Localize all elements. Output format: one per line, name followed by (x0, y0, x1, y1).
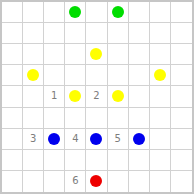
grid-cell-r3c0[interactable] (2, 65, 23, 86)
grid-cell-r6c1[interactable]: 3 (23, 129, 44, 150)
grid-cell-r0c4[interactable] (86, 2, 107, 23)
grid-cell-r2c6[interactable] (129, 44, 150, 65)
grid-cell-r8c5[interactable] (108, 171, 129, 192)
grid-cell-r1c4[interactable] (86, 23, 107, 44)
grid-cell-r0c2[interactable] (44, 2, 65, 23)
grid-cell-r4c5[interactable] (108, 86, 129, 107)
grid-cell-r8c1[interactable] (23, 171, 44, 192)
grid-cell-r5c5[interactable] (108, 108, 129, 129)
grid-cell-r1c0[interactable] (2, 23, 23, 44)
grid-cell-r0c8[interactable] (171, 2, 192, 23)
grid-cell-r2c7[interactable] (150, 44, 171, 65)
grid-cell-r6c5[interactable]: 5 (108, 129, 129, 150)
grid-cell-r2c5[interactable] (108, 44, 129, 65)
number-label-5: 5 (114, 134, 120, 144)
grid-cell-r1c8[interactable] (171, 23, 192, 44)
grid-cell-r6c3[interactable]: 4 (65, 129, 86, 150)
grid-cell-r3c3[interactable] (65, 65, 86, 86)
yellow-ball (90, 48, 102, 60)
grid-cell-r5c7[interactable] (150, 108, 171, 129)
grid-cell-r5c4[interactable] (86, 108, 107, 129)
grid-cell-r5c0[interactable] (2, 108, 23, 129)
grid-cell-r7c5[interactable] (108, 150, 129, 171)
grid-cell-r5c3[interactable] (65, 108, 86, 129)
grid-cell-r7c1[interactable] (23, 150, 44, 171)
grid-cell-r7c2[interactable] (44, 150, 65, 171)
grid-cell-r8c0[interactable] (2, 171, 23, 192)
grid-cell-r7c6[interactable] (129, 150, 150, 171)
grid-cell-r7c7[interactable] (150, 150, 171, 171)
grid-cell-r6c4[interactable] (86, 129, 107, 150)
grid-cell-r5c1[interactable] (23, 108, 44, 129)
grid-cell-r6c2[interactable] (44, 129, 65, 150)
grid-cell-r4c4[interactable]: 2 (86, 86, 107, 107)
grid-cell-r0c0[interactable] (2, 2, 23, 23)
grid-cell-r5c6[interactable] (129, 108, 150, 129)
grid-cell-r7c0[interactable] (2, 150, 23, 171)
yellow-ball (27, 69, 39, 81)
yellow-ball (69, 90, 81, 102)
grid-cell-r2c2[interactable] (44, 44, 65, 65)
grid-cell-r2c8[interactable] (171, 44, 192, 65)
grid-cell-r0c7[interactable] (150, 2, 171, 23)
grid-cell-r4c6[interactable] (129, 86, 150, 107)
number-label-3: 3 (30, 134, 36, 144)
blue-ball (133, 133, 145, 145)
grid-cell-r8c2[interactable] (44, 171, 65, 192)
grid-cell-r4c7[interactable] (150, 86, 171, 107)
grid-cell-r2c3[interactable] (65, 44, 86, 65)
grid-cell-r1c6[interactable] (129, 23, 150, 44)
grid-cell-r5c2[interactable] (44, 108, 65, 129)
grid-cell-r4c3[interactable] (65, 86, 86, 107)
number-label-2: 2 (93, 91, 99, 101)
grid-cell-r1c2[interactable] (44, 23, 65, 44)
yellow-ball (112, 90, 124, 102)
number-label-4: 4 (72, 134, 78, 144)
grid-cell-r6c6[interactable] (129, 129, 150, 150)
grid-cell-r3c7[interactable] (150, 65, 171, 86)
grid-cell-r2c1[interactable] (23, 44, 44, 65)
number-label-6: 6 (72, 176, 78, 186)
grid-cell-r8c8[interactable] (171, 171, 192, 192)
grid-cell-r2c0[interactable] (2, 44, 23, 65)
grid-cell-r1c1[interactable] (23, 23, 44, 44)
blue-ball (90, 133, 102, 145)
grid-cell-r7c4[interactable] (86, 150, 107, 171)
grid-cell-r4c0[interactable] (2, 86, 23, 107)
grid-cell-r8c6[interactable] (129, 171, 150, 192)
grid-cell-r1c5[interactable] (108, 23, 129, 44)
grid-cell-r4c1[interactable] (23, 86, 44, 107)
grid-cell-r0c3[interactable] (65, 2, 86, 23)
grid-cell-r6c0[interactable] (2, 129, 23, 150)
grid-cell-r1c3[interactable] (65, 23, 86, 44)
grid-cell-r7c8[interactable] (171, 150, 192, 171)
grid-cell-r4c8[interactable] (171, 86, 192, 107)
grid-cell-r3c2[interactable] (44, 65, 65, 86)
grid-cell-r2c4[interactable] (86, 44, 107, 65)
grid-cell-r3c4[interactable] (86, 65, 107, 86)
grid-cell-r7c3[interactable] (65, 150, 86, 171)
grid-cell-r8c7[interactable] (150, 171, 171, 192)
grid-cell-r4c2[interactable]: 1 (44, 86, 65, 107)
yellow-ball (154, 69, 166, 81)
grid-cell-r8c3[interactable]: 6 (65, 171, 86, 192)
red-ball (90, 175, 102, 187)
grid-cell-r0c5[interactable] (108, 2, 129, 23)
puzzle-board: 123456 (0, 0, 194, 194)
grid-cell-r8c4[interactable] (86, 171, 107, 192)
grid-cell-r3c1[interactable] (23, 65, 44, 86)
grid-cell-r6c8[interactable] (171, 129, 192, 150)
number-label-1: 1 (51, 91, 57, 101)
grid-cell-r1c7[interactable] (150, 23, 171, 44)
grid-cell-r3c5[interactable] (108, 65, 129, 86)
grid-cell-r5c8[interactable] (171, 108, 192, 129)
green-ball (112, 6, 124, 18)
grid-cell-r3c8[interactable] (171, 65, 192, 86)
blue-ball (48, 133, 60, 145)
grid-cell-r0c6[interactable] (129, 2, 150, 23)
grid-cell-r3c6[interactable] (129, 65, 150, 86)
green-ball (69, 6, 81, 18)
grid-cell-r0c1[interactable] (23, 2, 44, 23)
grid-cell-r6c7[interactable] (150, 129, 171, 150)
